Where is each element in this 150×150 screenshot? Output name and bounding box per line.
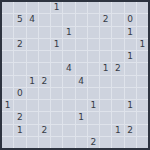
cell-r5c3[interactable] <box>27 51 38 62</box>
cell-r8c3[interactable] <box>27 88 38 99</box>
cell-r7c12[interactable] <box>137 76 148 87</box>
cell-r5c1[interactable] <box>2 51 13 62</box>
cell-r8c11[interactable] <box>125 88 136 99</box>
cell-r4c11[interactable] <box>125 39 136 50</box>
cell-r4c10[interactable] <box>112 39 123 50</box>
cell-r3c5[interactable] <box>51 27 62 38</box>
cell-r2c7[interactable] <box>76 14 87 25</box>
cell-r7c4[interactable]: 2 <box>39 76 50 87</box>
cell-r7c7[interactable]: 4 <box>76 76 87 87</box>
cell-r12c4[interactable] <box>39 137 50 148</box>
cell-r5c5[interactable] <box>51 51 62 62</box>
cell-r8c2[interactable]: 0 <box>14 88 25 99</box>
cell-r3c4[interactable] <box>39 27 50 38</box>
cell-r3c9[interactable] <box>100 27 111 38</box>
cell-r3c12[interactable] <box>137 27 148 38</box>
cell-r3c8[interactable] <box>88 27 99 38</box>
cell-r9c1[interactable]: 1 <box>2 100 13 111</box>
cell-r10c11[interactable] <box>125 112 136 123</box>
cell-r8c9[interactable] <box>100 88 111 99</box>
cell-r1c10[interactable] <box>112 2 123 13</box>
cell-r5c10[interactable] <box>112 51 123 62</box>
cell-r9c12[interactable] <box>137 100 148 111</box>
cell-r8c5[interactable] <box>51 88 62 99</box>
cell-r10c6[interactable] <box>63 112 74 123</box>
cell-r7c3[interactable]: 1 <box>27 76 38 87</box>
cell-r5c4[interactable] <box>39 51 50 62</box>
cell-r6c4[interactable] <box>39 63 50 74</box>
cell-r6c2[interactable] <box>14 63 25 74</box>
cell-r1c11[interactable] <box>125 2 136 13</box>
cell-r6c1[interactable] <box>2 63 13 74</box>
cell-r1c3[interactable] <box>27 2 38 13</box>
cell-r12c11[interactable] <box>125 137 136 148</box>
cell-r8c6[interactable] <box>63 88 74 99</box>
cell-r3c7[interactable] <box>76 27 87 38</box>
cell-r3c3[interactable] <box>27 27 38 38</box>
cell-r1c1[interactable] <box>2 2 13 13</box>
cell-r4c8[interactable] <box>88 39 99 50</box>
cell-r5c9[interactable] <box>100 51 111 62</box>
cell-r11c9[interactable] <box>100 125 111 136</box>
cell-r9c4[interactable] <box>39 100 50 111</box>
cell-r1c6[interactable] <box>63 2 74 13</box>
cell-r12c6[interactable] <box>63 137 74 148</box>
cell-r8c1[interactable] <box>2 88 13 99</box>
cell-r11c7[interactable] <box>76 125 87 136</box>
cell-r2c12[interactable] <box>137 14 148 25</box>
cell-r6c10[interactable]: 2 <box>112 63 123 74</box>
cell-r5c6[interactable] <box>63 51 74 62</box>
cell-r4c7[interactable] <box>76 39 87 50</box>
cell-r8c12[interactable] <box>137 88 148 99</box>
cell-r11c10[interactable]: 1 <box>112 125 123 136</box>
cell-r4c4[interactable] <box>39 39 50 50</box>
cell-r10c8[interactable] <box>88 112 99 123</box>
cell-r2c9[interactable]: 2 <box>100 14 111 25</box>
cell-r2c6[interactable] <box>63 14 74 25</box>
cell-r6c6[interactable]: 4 <box>63 63 74 74</box>
cell-r2c1[interactable] <box>2 14 13 25</box>
cell-r5c7[interactable] <box>76 51 87 62</box>
cell-r9c10[interactable] <box>112 100 123 111</box>
cell-r9c8[interactable]: 1 <box>88 100 99 111</box>
cell-r10c4[interactable] <box>39 112 50 123</box>
cell-r11c8[interactable] <box>88 125 99 136</box>
cell-r8c4[interactable] <box>39 88 50 99</box>
cell-r2c11[interactable]: 0 <box>125 14 136 25</box>
cell-r9c11[interactable]: 1 <box>125 100 136 111</box>
cell-r10c1[interactable] <box>2 112 13 123</box>
cell-r6c11[interactable] <box>125 63 136 74</box>
cell-r11c2[interactable]: 1 <box>14 125 25 136</box>
cell-r12c12[interactable] <box>137 137 148 148</box>
cell-r6c8[interactable] <box>88 63 99 74</box>
cell-r12c2[interactable] <box>14 137 25 148</box>
cell-r6c12[interactable] <box>137 63 148 74</box>
cell-r7c6[interactable] <box>63 76 74 87</box>
cell-r4c6[interactable] <box>63 39 74 50</box>
cell-r3c1[interactable] <box>2 27 13 38</box>
cell-r1c7[interactable] <box>76 2 87 13</box>
puzzle-board: 1542011211141212401112112122 <box>0 0 150 150</box>
cell-r11c3[interactable] <box>27 125 38 136</box>
cell-r7c9[interactable] <box>100 76 111 87</box>
cell-r10c12[interactable] <box>137 112 148 123</box>
cell-r6c7[interactable] <box>76 63 87 74</box>
cell-r10c7[interactable]: 1 <box>76 112 87 123</box>
cell-r4c2[interactable]: 2 <box>14 39 25 50</box>
cell-r1c12[interactable] <box>137 2 148 13</box>
cell-r12c1[interactable] <box>2 137 13 148</box>
cell-r8c7[interactable] <box>76 88 87 99</box>
cell-r2c4[interactable] <box>39 14 50 25</box>
cell-r7c2[interactable] <box>14 76 25 87</box>
cell-r1c2[interactable] <box>14 2 25 13</box>
cell-r9c3[interactable] <box>27 100 38 111</box>
cell-r11c11[interactable]: 2 <box>125 125 136 136</box>
cell-r11c4[interactable]: 2 <box>39 125 50 136</box>
cell-r12c5[interactable] <box>51 137 62 148</box>
cell-r10c5[interactable] <box>51 112 62 123</box>
cell-r3c11[interactable]: 1 <box>125 27 136 38</box>
cell-r6c3[interactable] <box>27 63 38 74</box>
cell-r10c9[interactable] <box>100 112 111 123</box>
cell-r12c10[interactable] <box>112 137 123 148</box>
cell-r4c1[interactable] <box>2 39 13 50</box>
cell-r9c2[interactable] <box>14 100 25 111</box>
cell-r11c5[interactable] <box>51 125 62 136</box>
cell-r2c5[interactable] <box>51 14 62 25</box>
cell-r6c5[interactable] <box>51 63 62 74</box>
cell-r3c2[interactable] <box>14 27 25 38</box>
cell-r5c8[interactable] <box>88 51 99 62</box>
cell-r12c9[interactable] <box>100 137 111 148</box>
cell-r4c12[interactable]: 1 <box>137 39 148 50</box>
cell-r1c5[interactable]: 1 <box>51 2 62 13</box>
cell-r11c12[interactable] <box>137 125 148 136</box>
cell-r11c1[interactable] <box>2 125 13 136</box>
cell-r4c5[interactable]: 1 <box>51 39 62 50</box>
cell-r9c9[interactable] <box>100 100 111 111</box>
cell-r2c3[interactable]: 4 <box>27 14 38 25</box>
cell-r4c3[interactable] <box>27 39 38 50</box>
cell-r10c10[interactable] <box>112 112 123 123</box>
cell-r12c7[interactable] <box>76 137 87 148</box>
cell-r9c5[interactable] <box>51 100 62 111</box>
cell-r5c2[interactable] <box>14 51 25 62</box>
cell-r2c10[interactable] <box>112 14 123 25</box>
cell-r7c1[interactable] <box>2 76 13 87</box>
cell-r10c3[interactable] <box>27 112 38 123</box>
cell-r1c4[interactable] <box>39 2 50 13</box>
cell-r7c11[interactable] <box>125 76 136 87</box>
cell-r5c11[interactable]: 1 <box>125 51 136 62</box>
cell-r9c7[interactable] <box>76 100 87 111</box>
cell-r7c5[interactable] <box>51 76 62 87</box>
cell-r1c9[interactable] <box>100 2 111 13</box>
cell-r5c12[interactable] <box>137 51 148 62</box>
cell-r2c8[interactable] <box>88 14 99 25</box>
cell-r11c6[interactable] <box>63 125 74 136</box>
cell-r1c8[interactable] <box>88 2 99 13</box>
cell-r4c9[interactable] <box>100 39 111 50</box>
cell-r2c2[interactable]: 5 <box>14 14 25 25</box>
cell-r12c3[interactable] <box>27 137 38 148</box>
cell-r7c8[interactable] <box>88 76 99 87</box>
cell-r9c6[interactable] <box>63 100 74 111</box>
cell-r12c8[interactable]: 2 <box>88 137 99 148</box>
cell-r8c8[interactable] <box>88 88 99 99</box>
cell-r10c2[interactable]: 2 <box>14 112 25 123</box>
cell-r6c9[interactable]: 1 <box>100 63 111 74</box>
cell-r7c10[interactable] <box>112 76 123 87</box>
cell-r8c10[interactable] <box>112 88 123 99</box>
cell-r3c6[interactable]: 1 <box>63 27 74 38</box>
cell-r3c10[interactable] <box>112 27 123 38</box>
